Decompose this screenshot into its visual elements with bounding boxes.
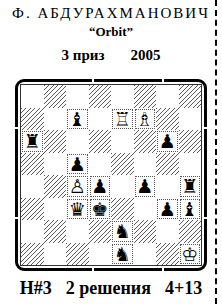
piece-white-king: ♔ <box>181 243 198 266</box>
square-c8 <box>66 85 89 108</box>
square-g2 <box>156 220 179 243</box>
square-h6 <box>179 130 202 153</box>
square-h1: ♔ <box>179 243 202 266</box>
piece-black-bishop: ♝ <box>69 108 86 131</box>
square-g4 <box>156 175 179 198</box>
square-h4: ♜ <box>179 175 202 198</box>
square-f1 <box>134 243 157 266</box>
square-a8 <box>21 85 44 108</box>
square-f4: ♟ <box>134 175 157 198</box>
border-gap <box>15 217 20 219</box>
stipulation-line: H#3 2 решения 4+13 <box>0 277 222 299</box>
award-prize: 3 приз <box>62 46 105 64</box>
square-h8 <box>179 85 202 108</box>
square-a4 <box>21 175 44 198</box>
square-e2: ♞ <box>111 220 134 243</box>
square-c1 <box>66 243 89 266</box>
square-d4: ♟ <box>89 175 112 198</box>
square-h3: ♝ <box>179 198 202 221</box>
composer-name: Ф. АБДУРАХМАНОВИЧ <box>0 4 222 22</box>
piece-black-pawn: ♟ <box>159 130 176 153</box>
square-b8 <box>44 85 67 108</box>
square-h5 <box>179 153 202 176</box>
square-e6 <box>111 130 134 153</box>
board-border: ♝♖♗♜♟♟♙♟♟♜♛♚♟♝♞♞♔ <box>15 79 207 271</box>
square-f3 <box>134 198 157 221</box>
problem-diagram-card: Ф. АБДУРАХМАНОВИЧ “Orbit” 3 приз 2005 ♝♖… <box>0 0 222 304</box>
diagram-header: Ф. АБДУРАХМАНОВИЧ “Orbit” 3 приз 2005 <box>0 0 222 64</box>
square-d6 <box>89 130 112 153</box>
square-a1 <box>21 243 44 266</box>
piece-black-knight: ♞ <box>114 220 131 243</box>
piece-white-rook: ♖ <box>114 108 131 131</box>
square-f5 <box>134 153 157 176</box>
square-d1 <box>89 243 112 266</box>
page-cut-dashed-line <box>215 0 217 304</box>
square-g3: ♟ <box>156 198 179 221</box>
square-c5: ♟ <box>66 153 89 176</box>
solutions-count: 2 решения <box>66 277 151 299</box>
square-f6 <box>134 130 157 153</box>
square-e4 <box>111 175 134 198</box>
square-c6 <box>66 130 89 153</box>
piece-black-pawn: ♟ <box>159 198 176 221</box>
square-e8 <box>111 85 134 108</box>
square-h2 <box>179 220 202 243</box>
square-c4: ♙ <box>66 175 89 198</box>
piece-black-rook: ♜ <box>24 130 41 153</box>
chess-board-frame: ♝♖♗♜♟♟♙♟♟♜♛♚♟♝♞♞♔ <box>15 79 207 271</box>
stipulation: H#3 <box>20 277 52 299</box>
square-b7 <box>44 108 67 131</box>
square-a6: ♜ <box>21 130 44 153</box>
piece-black-rook: ♜ <box>181 175 198 198</box>
border-gap <box>92 266 94 271</box>
square-e7: ♖ <box>111 108 134 131</box>
square-f8 <box>134 85 157 108</box>
award-year: 2005 <box>130 46 160 64</box>
square-a3 <box>21 198 44 221</box>
square-a7 <box>21 108 44 131</box>
border-gap <box>92 79 94 84</box>
border-gap <box>202 127 207 129</box>
square-g8 <box>156 85 179 108</box>
square-d5 <box>89 153 112 176</box>
border-gap <box>162 79 164 84</box>
chess-board: ♝♖♗♜♟♟♙♟♟♜♛♚♟♝♞♞♔ <box>20 84 202 266</box>
square-e1: ♞ <box>111 243 134 266</box>
piece-black-pawn: ♟ <box>69 153 86 176</box>
square-d3: ♚ <box>89 198 112 221</box>
piece-black-queen: ♛ <box>69 198 86 221</box>
square-f7: ♗ <box>134 108 157 131</box>
piece-black-king: ♚ <box>91 198 108 221</box>
square-a5 <box>21 153 44 176</box>
border-gap <box>15 127 20 129</box>
piece-black-knight: ♞ <box>114 243 131 266</box>
square-d2 <box>89 220 112 243</box>
piece-black-bishop: ♝ <box>181 198 198 221</box>
border-gap <box>202 217 207 219</box>
square-c7: ♝ <box>66 108 89 131</box>
square-g1 <box>156 243 179 266</box>
square-c3: ♛ <box>66 198 89 221</box>
piece-white-bishop: ♗ <box>136 108 153 131</box>
square-b2 <box>44 220 67 243</box>
award-line: 3 приз 2005 <box>0 46 222 64</box>
piece-black-pawn: ♟ <box>136 175 153 198</box>
square-b4 <box>44 175 67 198</box>
square-e3 <box>111 198 134 221</box>
square-a2 <box>21 220 44 243</box>
square-g6: ♟ <box>156 130 179 153</box>
square-d7 <box>89 108 112 131</box>
square-b6 <box>44 130 67 153</box>
piece-black-pawn: ♟ <box>91 175 108 198</box>
square-g7 <box>156 108 179 131</box>
border-gap <box>162 266 164 271</box>
material-count: 4+13 <box>165 277 202 299</box>
square-e5 <box>111 153 134 176</box>
square-g5 <box>156 153 179 176</box>
piece-white-pawn: ♙ <box>69 175 86 198</box>
square-b5 <box>44 153 67 176</box>
square-f2 <box>134 220 157 243</box>
square-h7 <box>179 108 202 131</box>
square-c2 <box>66 220 89 243</box>
square-b1 <box>44 243 67 266</box>
problem-title: “Orbit” <box>0 24 222 40</box>
square-b3 <box>44 198 67 221</box>
square-d8 <box>89 85 112 108</box>
